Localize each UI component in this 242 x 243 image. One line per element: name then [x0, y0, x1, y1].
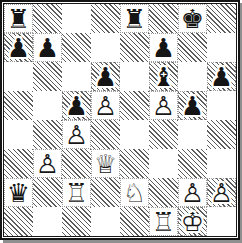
piece-black-king: ♚♚: [178, 4, 207, 33]
piece-black-pawn: ♟♟: [178, 91, 207, 120]
square-b2[interactable]: [33, 178, 62, 207]
piece-black-pawn: ♟♟: [91, 62, 120, 91]
square-e2[interactable]: ♞♘: [120, 178, 149, 207]
piece-black-rook: ♜♜: [120, 4, 149, 33]
square-a4[interactable]: [4, 120, 33, 149]
black-pawn-icon: ♟: [4, 33, 33, 62]
square-c7[interactable]: [62, 33, 91, 62]
white-king-icon: ♔: [178, 207, 207, 236]
square-a2[interactable]: ♛♛: [4, 178, 33, 207]
square-c6[interactable]: [62, 62, 91, 91]
square-g1[interactable]: ♚♔: [178, 207, 207, 236]
square-g8[interactable]: ♚♚: [178, 4, 207, 33]
square-g3[interactable]: [178, 149, 207, 178]
square-f4[interactable]: [149, 120, 178, 149]
black-bishop-icon: ♝: [149, 62, 178, 91]
square-a8[interactable]: ♜♜: [4, 4, 33, 33]
square-c4[interactable]: ♟♙: [62, 120, 91, 149]
piece-white-pawn: ♟♙: [91, 91, 120, 120]
square-d3[interactable]: ♛♕: [91, 149, 120, 178]
square-c2[interactable]: ♜♖: [62, 178, 91, 207]
black-rook-icon: ♜: [120, 4, 149, 33]
white-pawn-icon: ♙: [149, 91, 178, 120]
square-g6[interactable]: [178, 62, 207, 91]
chess-board-inner-border: ♜♜♜♜♚♚♟♟♟♟♟♟♟♟♝♝♟♟♟♟♟♙♟♙♟♟♟♙♟♙♛♕♛♛♜♖♞♘♟♙…: [3, 3, 237, 237]
square-b5[interactable]: [33, 91, 62, 120]
white-pawn-icon: ♙: [33, 149, 62, 178]
square-g5[interactable]: ♟♟: [178, 91, 207, 120]
white-pawn-icon: ♙: [91, 91, 120, 120]
square-f3[interactable]: [149, 149, 178, 178]
square-f1[interactable]: ♜♖: [149, 207, 178, 236]
square-c8[interactable]: [62, 4, 91, 33]
black-pawn-icon: ♟: [91, 62, 120, 91]
piece-white-pawn: ♟♙: [149, 91, 178, 120]
square-d5[interactable]: ♟♙: [91, 91, 120, 120]
square-g7[interactable]: [178, 33, 207, 62]
square-b8[interactable]: [33, 4, 62, 33]
black-rook-icon: ♜: [4, 4, 33, 33]
square-a6[interactable]: [4, 62, 33, 91]
piece-white-king: ♚♔: [178, 207, 207, 236]
square-h5[interactable]: [207, 91, 236, 120]
square-e1[interactable]: [120, 207, 149, 236]
square-f8[interactable]: [149, 4, 178, 33]
piece-white-knight: ♞♘: [120, 178, 149, 207]
square-h8[interactable]: [207, 4, 236, 33]
square-a3[interactable]: [4, 149, 33, 178]
square-h3[interactable]: [207, 149, 236, 178]
black-pawn-icon: ♟: [178, 91, 207, 120]
piece-black-pawn: ♟♟: [33, 33, 62, 62]
square-f5[interactable]: ♟♙: [149, 91, 178, 120]
white-knight-icon: ♘: [120, 178, 149, 207]
white-queen-icon: ♕: [91, 149, 120, 178]
square-b3[interactable]: ♟♙: [33, 149, 62, 178]
square-d8[interactable]: [91, 4, 120, 33]
piece-black-pawn: ♟♟: [4, 33, 33, 62]
piece-black-pawn: ♟♟: [62, 91, 91, 120]
square-c1[interactable]: [62, 207, 91, 236]
piece-white-pawn: ♟♙: [207, 178, 236, 207]
square-h1[interactable]: [207, 207, 236, 236]
square-g2[interactable]: ♟♙: [178, 178, 207, 207]
square-d7[interactable]: [91, 33, 120, 62]
square-e4[interactable]: [120, 120, 149, 149]
piece-black-pawn: ♟♟: [207, 62, 236, 91]
black-king-icon: ♚: [178, 4, 207, 33]
square-e8[interactable]: ♜♜: [120, 4, 149, 33]
square-f2[interactable]: [149, 178, 178, 207]
black-pawn-icon: ♟: [33, 33, 62, 62]
square-h4[interactable]: [207, 120, 236, 149]
square-d4[interactable]: [91, 120, 120, 149]
square-e3[interactable]: [120, 149, 149, 178]
square-f7[interactable]: ♟♟: [149, 33, 178, 62]
black-pawn-icon: ♟: [62, 91, 91, 120]
square-a5[interactable]: [4, 91, 33, 120]
chess-board-frame: ♜♜♜♜♚♚♟♟♟♟♟♟♟♟♝♝♟♟♟♟♟♙♟♙♟♟♟♙♟♙♛♕♛♛♜♖♞♘♟♙…: [0, 0, 240, 240]
piece-black-rook: ♜♜: [4, 4, 33, 33]
black-queen-icon: ♛: [4, 178, 33, 207]
white-rook-icon: ♖: [149, 207, 178, 236]
square-f6[interactable]: ♝♝: [149, 62, 178, 91]
square-e7[interactable]: [120, 33, 149, 62]
square-h6[interactable]: ♟♟: [207, 62, 236, 91]
square-c3[interactable]: [62, 149, 91, 178]
piece-black-pawn: ♟♟: [149, 33, 178, 62]
black-pawn-icon: ♟: [207, 62, 236, 91]
white-pawn-icon: ♙: [178, 178, 207, 207]
square-a7[interactable]: ♟♟: [4, 33, 33, 62]
square-d6[interactable]: ♟♟: [91, 62, 120, 91]
chess-board: ♜♜♜♜♚♚♟♟♟♟♟♟♟♟♝♝♟♟♟♟♟♙♟♙♟♟♟♙♟♙♛♕♛♛♜♖♞♘♟♙…: [4, 4, 236, 236]
white-rook-icon: ♖: [62, 178, 91, 207]
square-d2[interactable]: [91, 178, 120, 207]
piece-white-rook: ♜♖: [62, 178, 91, 207]
square-e5[interactable]: [120, 91, 149, 120]
piece-white-pawn: ♟♙: [33, 149, 62, 178]
piece-white-queen: ♛♕: [91, 149, 120, 178]
square-c5[interactable]: ♟♟: [62, 91, 91, 120]
piece-black-bishop: ♝♝: [149, 62, 178, 91]
piece-black-queen: ♛♛: [4, 178, 33, 207]
piece-white-rook: ♜♖: [149, 207, 178, 236]
white-pawn-icon: ♙: [62, 120, 91, 149]
square-h7[interactable]: [207, 33, 236, 62]
square-e6[interactable]: [120, 62, 149, 91]
square-b7[interactable]: ♟♟: [33, 33, 62, 62]
square-b4[interactable]: [33, 120, 62, 149]
square-b1[interactable]: [33, 207, 62, 236]
square-h2[interactable]: ♟♙: [207, 178, 236, 207]
piece-white-pawn: ♟♙: [178, 178, 207, 207]
black-pawn-icon: ♟: [149, 33, 178, 62]
square-b6[interactable]: [33, 62, 62, 91]
square-g4[interactable]: [178, 120, 207, 149]
square-d1[interactable]: [91, 207, 120, 236]
square-a1[interactable]: [4, 207, 33, 236]
white-pawn-icon: ♙: [207, 178, 236, 207]
piece-white-pawn: ♟♙: [62, 120, 91, 149]
